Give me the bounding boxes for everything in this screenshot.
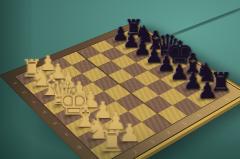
scene: abcdefgh 12345678 ♜♟♟♜♞♟♟♞♝♟♟♝♛♟♟♛♚♟♟♚♝♟… [0,0,240,159]
black-pawn-glyph: ♟ [197,80,217,102]
white-rook-glyph: ♜ [98,127,124,156]
